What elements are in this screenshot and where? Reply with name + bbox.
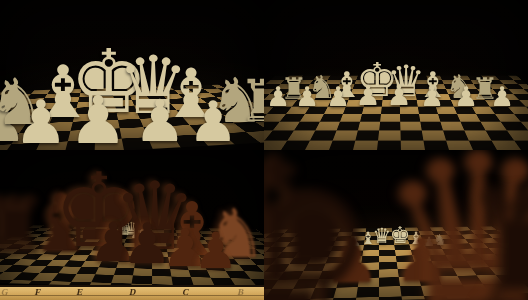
still-black-pieces-closeup: GFEDCB ♟♚♛♟♝♜♝♚♛♝♞♟♟♟♟ [0,150,264,300]
white-pawn-piece: ♟ [266,83,290,110]
white-pawn-piece: ♟ [386,82,411,110]
white-pawn-piece: ♟ [14,92,68,150]
board-edge-file-letters: GFEDCB [0,285,264,300]
black-king-foreground-piece: ♚ [264,150,381,300]
still-between-black-pieces: ♟♝♛♚♝♟♞♟♟♚♛♜ [264,150,528,300]
white-pawn-piece: ♟ [420,83,444,110]
white-pawn-piece: ♟ [355,82,380,110]
black-pawn-piece: ♟ [194,226,239,276]
still-white-army-wide: ♜♞♝♚♛♝♞♜♟♟♟♟♟♟♟♟ [264,0,528,150]
white-pawn-piece: ♟ [490,83,514,110]
file-letter-g: G [0,287,9,297]
file-letter-b: B [237,287,245,297]
black-rook-foreground-piece: ♜ [454,170,528,300]
white-pawn-piece: ♟ [134,92,186,150]
video-still-collage: ♟♞♝♚♛♝♞♜♟♟♟♟ ♜♞♝♚♛♝♞♜♟♟♟♟♟♟♟♟ GFEDCB ♟♚♛… [0,0,528,300]
file-letter-d: D [129,287,138,297]
white-pawn-piece: ♟ [454,83,478,110]
file-letter-f: F [34,287,42,297]
file-letter-c: C [182,287,191,297]
four-frame-grid: ♟♞♝♚♛♝♞♜♟♟♟♟ ♜♞♝♚♛♝♞♜♟♟♟♟♟♟♟♟ GFEDCB ♟♚♛… [0,0,528,300]
still-white-pieces-closeup: ♟♞♝♚♛♝♞♜♟♟♟♟ [0,0,264,150]
white-pawn-piece: ♟ [188,94,238,150]
white-pawn-piece: ♟ [295,83,319,110]
white-rook-piece: ♜ [238,72,264,130]
white-pawn-piece: ♟ [68,88,127,150]
white-pawn-piece: ♟ [326,83,350,110]
file-letter-e: E [76,287,84,297]
